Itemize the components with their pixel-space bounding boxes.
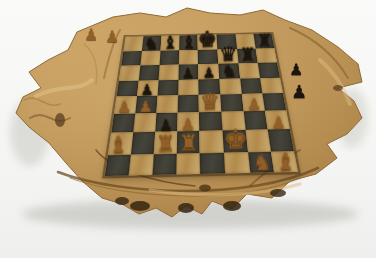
square-h4: [262, 93, 286, 111]
square-f1: [224, 152, 250, 174]
square-d8: ♝: [179, 35, 198, 50]
dark-pawn: ♟: [182, 66, 195, 81]
square-d3: ♟: [177, 112, 199, 131]
square-g8: [235, 34, 255, 49]
square-e1: [200, 152, 225, 174]
square-h7: [256, 48, 277, 63]
dark-pawn: ♟: [202, 65, 215, 80]
square-h3: ♟: [265, 110, 290, 129]
chess-board: ♞♝♝♚♜♛♜♟♟♞♟♟♟♛♟♟♟♟♝♜♜♚♞♝: [105, 33, 298, 175]
square-e2: [200, 130, 224, 153]
dark-rook: ♜: [240, 46, 257, 65]
light-pawn: ♟: [117, 99, 131, 115]
square-h6: [258, 63, 280, 78]
light-rook: ♜: [155, 133, 175, 155]
square-b1: [129, 154, 154, 176]
square-c5: [158, 79, 179, 95]
dark-bishop: ♝: [162, 33, 178, 51]
square-c2: ♜: [154, 131, 177, 154]
square-d2: ♜: [177, 130, 200, 153]
square-f3: [221, 111, 245, 130]
square-e4: ♛: [199, 94, 222, 112]
dark-bishop: ♝: [180, 33, 196, 51]
square-g6: [238, 63, 259, 78]
square-b8: ♞: [142, 36, 162, 51]
tray-dark-pawn: ♟: [291, 83, 307, 101]
square-h5: [260, 77, 283, 93]
square-b4: ♟: [135, 96, 157, 114]
light-pawn: ♟: [271, 114, 286, 130]
square-b7: [140, 51, 160, 66]
square-g7: ♜: [237, 49, 258, 64]
square-f4: [220, 94, 243, 112]
square-g2: [245, 129, 270, 152]
dark-rook: ♜: [257, 32, 273, 50]
square-a2: ♝: [108, 132, 133, 155]
square-b3: [133, 113, 156, 132]
square-a3: [111, 114, 135, 133]
square-d7: [179, 50, 198, 65]
light-rook: ♜: [178, 132, 198, 154]
square-f6: ♞: [218, 63, 240, 78]
dark-pawn: ♟: [140, 82, 154, 97]
square-c8: ♝: [161, 35, 180, 50]
square-c7: [160, 50, 180, 65]
square-a5: [117, 80, 139, 96]
square-a8: [123, 36, 143, 51]
square-f7: ♛: [217, 49, 238, 64]
square-g5: [240, 78, 262, 94]
light-pawn: ♟: [181, 116, 196, 132]
square-b2: [131, 131, 155, 154]
square-c1: [153, 153, 177, 175]
square-d6: ♟: [179, 64, 199, 79]
square-b5: ♟: [137, 80, 159, 96]
square-a1: [105, 154, 131, 176]
light-king: ♚: [223, 126, 248, 153]
square-b6: [139, 65, 160, 80]
square-c4: [157, 95, 179, 113]
tray-light-pawn: ♟: [84, 27, 98, 43]
square-f8: [217, 34, 237, 49]
light-bishop: ♝: [276, 151, 297, 174]
square-e6: ♟: [198, 64, 219, 79]
square-e7: [198, 50, 218, 65]
square-f2: ♚: [223, 129, 248, 152]
dark-knight: ♞: [143, 35, 158, 52]
light-pawn: ♟: [247, 97, 261, 113]
dark-knight: ♞: [221, 61, 237, 79]
light-knight: ♞: [252, 152, 271, 174]
square-e5: [199, 79, 221, 95]
square-a6: [119, 65, 140, 80]
square-d1: [176, 153, 200, 175]
chess-board-tilt: ♞♝♝♚♜♛♜♟♟♞♟♟♟♛♟♟♟♟♝♜♜♚♞♝: [125, 33, 274, 182]
light-queen: ♛: [200, 90, 221, 113]
light-pawn: ♟: [139, 99, 153, 115]
square-g4: ♟: [242, 93, 265, 111]
square-h8: ♜: [253, 33, 274, 48]
square-a7: [121, 51, 142, 66]
square-d4: [178, 95, 199, 113]
square-g3: [244, 111, 268, 130]
square-d5: [178, 79, 199, 95]
square-c3: ♟: [155, 113, 177, 132]
square-f5: [219, 78, 241, 94]
square-e3: [199, 112, 222, 131]
dark-pawn: ♟: [159, 116, 174, 132]
square-a4: ♟: [114, 96, 137, 114]
square-e8: ♚: [198, 35, 218, 50]
square-c6: [159, 65, 179, 80]
square-h1: ♝: [271, 151, 298, 173]
light-bishop: ♝: [109, 134, 129, 156]
square-h2: [268, 128, 294, 151]
product-photo-scene: ♞♝♝♚♜♛♜♟♟♞♟♟♟♛♟♟♟♟♝♜♜♚♞♝ ♟♟♟♟: [0, 0, 376, 258]
square-g1: ♞: [248, 151, 274, 173]
tray-light-pawn: ♟: [105, 29, 119, 45]
tray-dark-pawn: ♟: [289, 62, 303, 78]
